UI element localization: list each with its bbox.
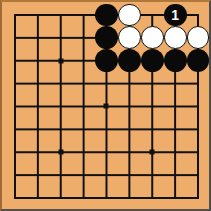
intersection: [95, 95, 118, 118]
black-stone: [141, 49, 164, 72]
black-stone: [95, 4, 118, 27]
intersection: [4, 164, 27, 187]
intersection: [26, 187, 49, 210]
intersection: [141, 164, 164, 187]
intersection: [95, 4, 118, 27]
intersection: [4, 49, 27, 72]
intersection: [141, 118, 164, 141]
intersection: [26, 141, 49, 164]
intersection: [26, 26, 49, 49]
intersection: [95, 26, 118, 49]
intersection: [118, 49, 141, 72]
intersection: [26, 72, 49, 95]
star-point: [58, 150, 63, 155]
intersection: [95, 164, 118, 187]
intersection: [118, 164, 141, 187]
intersection: [118, 95, 141, 118]
black-stone: [164, 49, 187, 72]
intersection: [49, 95, 72, 118]
intersection: [72, 164, 95, 187]
intersection: [187, 95, 210, 118]
white-stone: [141, 26, 164, 49]
intersection: [187, 26, 210, 49]
intersection: [26, 95, 49, 118]
intersection: [72, 72, 95, 95]
intersection: [95, 49, 118, 72]
intersection: [164, 26, 187, 49]
intersection: [72, 118, 95, 141]
black-stone: [95, 49, 118, 72]
black-stone: [187, 49, 210, 72]
intersection: [4, 118, 27, 141]
intersection: [141, 95, 164, 118]
intersection: [141, 187, 164, 210]
intersection: [49, 187, 72, 210]
intersection: [187, 72, 210, 95]
marked-stone: 1: [164, 4, 187, 27]
intersection: [95, 141, 118, 164]
intersection: [95, 118, 118, 141]
intersection: [95, 72, 118, 95]
intersection: [118, 187, 141, 210]
intersection: [164, 164, 187, 187]
white-stone: [118, 4, 141, 27]
intersection: [118, 72, 141, 95]
intersection: [49, 118, 72, 141]
intersection: [118, 118, 141, 141]
intersection: [118, 141, 141, 164]
star-point: [104, 104, 109, 109]
star-point: [58, 58, 63, 63]
intersection: [72, 141, 95, 164]
intersection: [187, 141, 210, 164]
intersection: [4, 95, 27, 118]
black-stone: [118, 49, 141, 72]
intersection: [72, 187, 95, 210]
intersection: [164, 118, 187, 141]
intersection: [141, 4, 164, 27]
intersection: [49, 4, 72, 27]
intersection: [4, 4, 27, 27]
intersection: [26, 4, 49, 27]
white-stone: [118, 26, 141, 49]
intersection: [26, 49, 49, 72]
go-board: 1: [0, 0, 211, 211]
intersection: [141, 141, 164, 164]
intersection: 1: [164, 4, 187, 27]
intersection: [49, 72, 72, 95]
intersection: [72, 49, 95, 72]
intersection: [164, 49, 187, 72]
intersection: [72, 4, 95, 27]
intersection: [72, 26, 95, 49]
intersection: [26, 118, 49, 141]
intersection: [164, 141, 187, 164]
intersection: [164, 72, 187, 95]
intersection: [187, 187, 210, 210]
intersection: [187, 4, 210, 27]
intersection: [164, 95, 187, 118]
intersection: [26, 164, 49, 187]
intersection: [4, 26, 27, 49]
board-grid: 1: [4, 4, 210, 210]
black-stone: [95, 26, 118, 49]
intersection: [49, 49, 72, 72]
intersection: [164, 187, 187, 210]
intersection: [49, 141, 72, 164]
white-stone: [164, 26, 187, 49]
intersection: [72, 95, 95, 118]
intersection: [118, 4, 141, 27]
intersection: [4, 187, 27, 210]
intersection: [49, 164, 72, 187]
star-point: [150, 150, 155, 155]
intersection: [49, 26, 72, 49]
intersection: [141, 26, 164, 49]
intersection: [187, 49, 210, 72]
white-stone: [187, 26, 210, 49]
intersection: [4, 141, 27, 164]
intersection: [141, 72, 164, 95]
move-number-label: 1: [171, 8, 179, 22]
intersection: [141, 49, 164, 72]
intersection: [118, 26, 141, 49]
intersection: [187, 164, 210, 187]
intersection: [187, 118, 210, 141]
intersection: [95, 187, 118, 210]
intersection: [4, 72, 27, 95]
